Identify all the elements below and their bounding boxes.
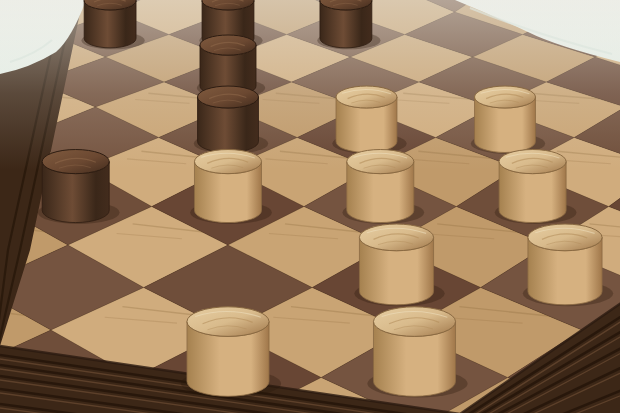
checker-piece-walnut: [81, 0, 144, 49]
checker-piece-oak: [181, 307, 281, 398]
checker-piece-oak: [367, 307, 467, 398]
piece-top: [42, 150, 109, 174]
checker-piece-oak: [354, 224, 444, 306]
checker-piece-oak: [471, 86, 545, 154]
piece-top: [200, 35, 256, 55]
checker-piece-oak: [342, 150, 424, 224]
checker-piece-oak: [332, 86, 406, 154]
checker-piece-walnut: [317, 0, 380, 49]
checkers-board-photo: [0, 0, 620, 413]
checker-piece-oak: [495, 150, 577, 224]
checker-piece-oak: [190, 150, 272, 224]
piece-top: [198, 86, 259, 108]
photo-canvas: [0, 0, 620, 413]
checker-piece-walnut: [38, 150, 120, 224]
checker-piece-walnut: [194, 86, 268, 154]
checker-piece-oak: [523, 224, 613, 306]
